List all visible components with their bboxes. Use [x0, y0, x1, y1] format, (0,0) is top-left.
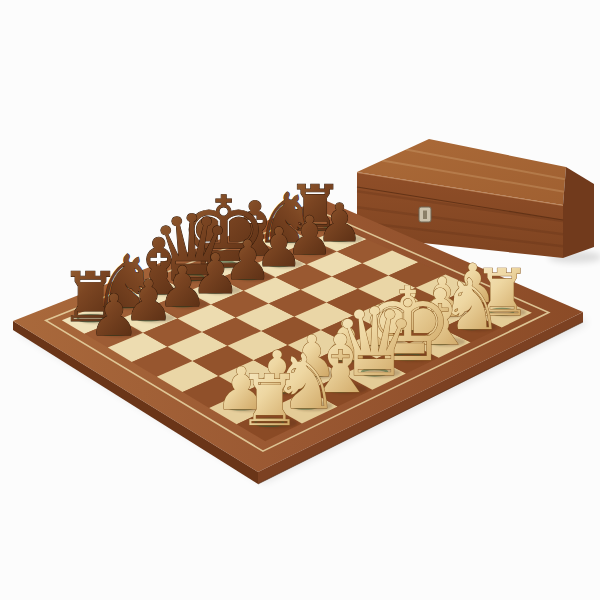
chess-set-canvas: ♜♟♞♟♝♟♚♟♛♟♝♟♟♞♜♟♟♜♞♟♟♝♟♚♟♛♟♝♟♞♟♜ [0, 0, 600, 600]
pawn-glyph: ♟ [88, 282, 139, 348]
chess-set-product-photo: Overhead-angle product photo of a wooden… [0, 0, 600, 600]
box-clasp-slot [423, 211, 427, 220]
piece-white-rook-a1[interactable]: ♜ [238, 359, 301, 442]
rook-glyph: ♜ [238, 359, 301, 442]
box-right-face [563, 167, 594, 258]
piece-black-pawn-a7[interactable]: ♟ [88, 282, 140, 348]
